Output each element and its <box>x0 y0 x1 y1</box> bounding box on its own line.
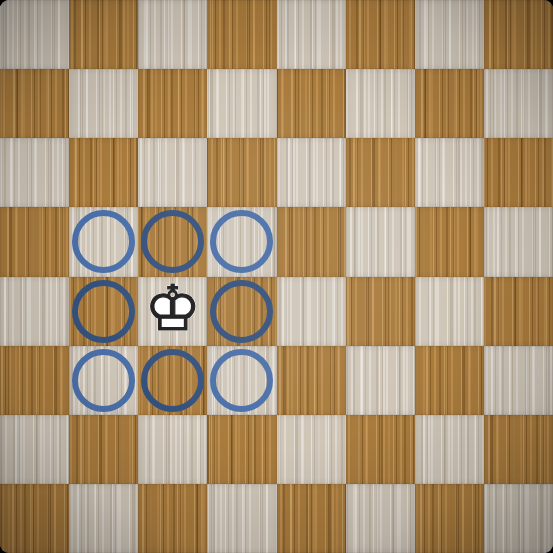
white-king[interactable]: ♚♔ <box>138 277 207 346</box>
square-g1[interactable] <box>415 484 484 553</box>
square-a4[interactable] <box>0 277 69 346</box>
square-a1[interactable] <box>0 484 69 553</box>
square-d3[interactable] <box>207 346 276 415</box>
chess-board: ♚♔ <box>0 0 553 553</box>
square-h8[interactable] <box>484 0 553 69</box>
square-b5[interactable] <box>69 207 138 276</box>
move-hint-ring <box>141 349 204 412</box>
square-c4[interactable]: ♚♔ <box>138 277 207 346</box>
square-h3[interactable] <box>484 346 553 415</box>
square-c6[interactable] <box>138 138 207 207</box>
square-g6[interactable] <box>415 138 484 207</box>
square-a3[interactable] <box>0 346 69 415</box>
square-f2[interactable] <box>346 415 415 484</box>
square-c1[interactable] <box>138 484 207 553</box>
move-hint-ring <box>72 280 135 343</box>
square-d7[interactable] <box>207 69 276 138</box>
square-e4[interactable] <box>277 277 346 346</box>
square-f1[interactable] <box>346 484 415 553</box>
square-h7[interactable] <box>484 69 553 138</box>
square-d2[interactable] <box>207 415 276 484</box>
square-h4[interactable] <box>484 277 553 346</box>
square-e5[interactable] <box>277 207 346 276</box>
square-g7[interactable] <box>415 69 484 138</box>
square-h6[interactable] <box>484 138 553 207</box>
square-g8[interactable] <box>415 0 484 69</box>
move-hint-ring <box>210 210 273 273</box>
square-g5[interactable] <box>415 207 484 276</box>
square-e3[interactable] <box>277 346 346 415</box>
square-b2[interactable] <box>69 415 138 484</box>
square-e6[interactable] <box>277 138 346 207</box>
square-d8[interactable] <box>207 0 276 69</box>
square-a7[interactable] <box>0 69 69 138</box>
square-e8[interactable] <box>277 0 346 69</box>
square-c2[interactable] <box>138 415 207 484</box>
move-hint-ring <box>72 349 135 412</box>
square-f8[interactable] <box>346 0 415 69</box>
square-a2[interactable] <box>0 415 69 484</box>
square-f6[interactable] <box>346 138 415 207</box>
square-e1[interactable] <box>277 484 346 553</box>
square-h5[interactable] <box>484 207 553 276</box>
square-d6[interactable] <box>207 138 276 207</box>
square-c8[interactable] <box>138 0 207 69</box>
square-f7[interactable] <box>346 69 415 138</box>
square-a6[interactable] <box>0 138 69 207</box>
square-h1[interactable] <box>484 484 553 553</box>
square-b6[interactable] <box>69 138 138 207</box>
square-c5[interactable] <box>138 207 207 276</box>
move-hint-ring <box>141 210 204 273</box>
square-d1[interactable] <box>207 484 276 553</box>
square-e7[interactable] <box>277 69 346 138</box>
move-hint-ring <box>72 210 135 273</box>
square-f3[interactable] <box>346 346 415 415</box>
square-a8[interactable] <box>0 0 69 69</box>
move-hint-ring <box>210 280 273 343</box>
square-c3[interactable] <box>138 346 207 415</box>
square-b1[interactable] <box>69 484 138 553</box>
square-h2[interactable] <box>484 415 553 484</box>
square-f4[interactable] <box>346 277 415 346</box>
square-b3[interactable] <box>69 346 138 415</box>
piece-outline-glyph: ♔ <box>138 277 207 340</box>
square-c7[interactable] <box>138 69 207 138</box>
square-f5[interactable] <box>346 207 415 276</box>
square-d4[interactable] <box>207 277 276 346</box>
square-b8[interactable] <box>69 0 138 69</box>
move-hint-ring <box>210 349 273 412</box>
square-g3[interactable] <box>415 346 484 415</box>
square-g4[interactable] <box>415 277 484 346</box>
square-b4[interactable] <box>69 277 138 346</box>
square-e2[interactable] <box>277 415 346 484</box>
square-a5[interactable] <box>0 207 69 276</box>
square-g2[interactable] <box>415 415 484 484</box>
square-d5[interactable] <box>207 207 276 276</box>
square-b7[interactable] <box>69 69 138 138</box>
